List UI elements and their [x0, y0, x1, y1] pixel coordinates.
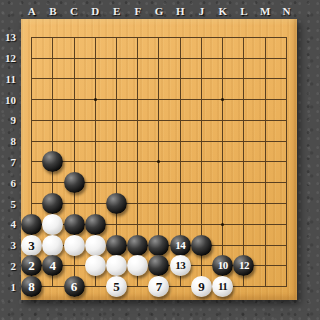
col-label-L: L	[233, 3, 254, 19]
intersection-J9[interactable]	[191, 110, 212, 131]
row-label-8: 8	[0, 131, 18, 152]
intersection-L3[interactable]	[233, 235, 254, 256]
intersection-F9[interactable]	[127, 110, 148, 131]
intersection-M2[interactable]	[255, 255, 276, 276]
black-stone-B5	[42, 193, 63, 214]
intersection-G13[interactable]	[148, 27, 169, 48]
intersection-K8[interactable]	[212, 131, 233, 152]
intersection-L8[interactable]	[233, 131, 254, 152]
intersection-N1[interactable]	[276, 276, 297, 297]
row-label-13: 13	[0, 27, 18, 48]
intersection-M10[interactable]	[255, 89, 276, 110]
col-label-F: F	[127, 3, 148, 19]
intersection-M6[interactable]	[255, 172, 276, 193]
intersection-N7[interactable]	[276, 152, 297, 173]
intersection-L4[interactable]	[233, 214, 254, 235]
intersection-N8[interactable]	[276, 131, 297, 152]
move-number-11: 11	[218, 281, 227, 292]
row-label-5: 5	[0, 193, 18, 214]
intersection-B12[interactable]	[42, 48, 63, 69]
move-number-13: 13	[175, 260, 185, 271]
col-label-E: E	[106, 3, 127, 19]
intersection-A11[interactable]	[21, 69, 42, 90]
intersection-F4[interactable]	[127, 214, 148, 235]
intersection-H10[interactable]	[170, 89, 191, 110]
intersection-F12[interactable]	[127, 48, 148, 69]
intersection-G8[interactable]	[148, 131, 169, 152]
intersection-H12[interactable]	[170, 48, 191, 69]
go-diagram: ABCDEFGHJKLMN 13121110987654321 31424131…	[0, 0, 320, 320]
star-point-K10	[221, 98, 224, 101]
star-point-G7	[157, 160, 160, 163]
black-stone-F3	[127, 235, 148, 256]
row-label-10: 10	[0, 89, 18, 110]
intersection-M5[interactable]	[255, 193, 276, 214]
intersection-N6[interactable]	[276, 172, 297, 193]
intersection-A1[interactable]: 8	[21, 276, 42, 297]
intersection-B6[interactable]	[42, 172, 63, 193]
intersection-B10[interactable]	[42, 89, 63, 110]
row-labels: 13121110987654321	[0, 27, 18, 297]
intersection-K7[interactable]	[212, 152, 233, 173]
intersection-M11[interactable]	[255, 69, 276, 90]
white-stone-J1: 9	[191, 276, 212, 297]
star-point-K4	[221, 223, 224, 226]
row-label-2: 2	[0, 255, 18, 276]
row-label-12: 12	[0, 48, 18, 69]
intersection-E7[interactable]	[106, 152, 127, 173]
intersection-G2[interactable]	[148, 255, 169, 276]
white-stone-E2	[106, 255, 127, 276]
col-label-D: D	[85, 3, 106, 19]
intersection-B1[interactable]	[42, 276, 63, 297]
intersection-E11[interactable]	[106, 69, 127, 90]
black-stone-A1: 8	[21, 276, 42, 297]
intersection-M7[interactable]	[255, 152, 276, 173]
black-stone-A4	[21, 214, 42, 235]
move-number-4: 4	[50, 259, 57, 272]
col-label-M: M	[255, 3, 276, 19]
intersection-E8[interactable]	[106, 131, 127, 152]
intersection-B8[interactable]	[42, 131, 63, 152]
intersection-C12[interactable]	[63, 48, 84, 69]
intersection-H4[interactable]	[170, 214, 191, 235]
black-stone-D4	[85, 214, 106, 235]
intersection-E12[interactable]	[106, 48, 127, 69]
intersection-L6[interactable]	[233, 172, 254, 193]
intersection-B2[interactable]: 4	[42, 255, 63, 276]
intersection-M8[interactable]	[255, 131, 276, 152]
white-stone-G1: 7	[148, 276, 169, 297]
white-stone-D2	[85, 255, 106, 276]
intersection-H6[interactable]	[170, 172, 191, 193]
intersection-K12[interactable]	[212, 48, 233, 69]
intersection-H11[interactable]	[170, 69, 191, 90]
intersection-A12[interactable]	[21, 48, 42, 69]
intersection-A5[interactable]	[21, 193, 42, 214]
intersection-B4[interactable]	[42, 214, 63, 235]
intersection-J10[interactable]	[191, 89, 212, 110]
intersection-D8[interactable]	[85, 131, 106, 152]
intersection-E13[interactable]	[106, 27, 127, 48]
intersection-C3[interactable]	[63, 235, 84, 256]
intersection-H7[interactable]	[170, 152, 191, 173]
move-number-10: 10	[218, 260, 228, 271]
intersection-G3[interactable]	[148, 235, 169, 256]
intersection-D6[interactable]	[85, 172, 106, 193]
row-label-6: 6	[0, 172, 18, 193]
move-number-7: 7	[156, 280, 163, 293]
intersection-H1[interactable]	[170, 276, 191, 297]
black-stone-E5	[106, 193, 127, 214]
intersection-C7[interactable]	[63, 152, 84, 173]
intersection-L11[interactable]	[233, 69, 254, 90]
intersection-B11[interactable]	[42, 69, 63, 90]
intersection-N13[interactable]	[276, 27, 297, 48]
black-stone-K2: 10	[212, 255, 233, 276]
intersection-F7[interactable]	[127, 152, 148, 173]
intersection-L2[interactable]: 12	[233, 255, 254, 276]
intersection-G9[interactable]	[148, 110, 169, 131]
intersection-B9[interactable]	[42, 110, 63, 131]
move-number-14: 14	[175, 240, 185, 251]
intersection-E4[interactable]	[106, 214, 127, 235]
intersection-K5[interactable]	[212, 193, 233, 214]
intersection-K10[interactable]	[212, 89, 233, 110]
intersection-H9[interactable]	[170, 110, 191, 131]
intersection-L10[interactable]	[233, 89, 254, 110]
intersection-E6[interactable]	[106, 172, 127, 193]
intersection-N12[interactable]	[276, 48, 297, 69]
intersection-D4[interactable]	[85, 214, 106, 235]
black-stone-E3	[106, 235, 127, 256]
intersection-J5[interactable]	[191, 193, 212, 214]
intersection-M12[interactable]	[255, 48, 276, 69]
col-label-A: A	[21, 3, 42, 19]
intersection-B3[interactable]	[42, 235, 63, 256]
white-stone-F2	[127, 255, 148, 276]
white-stone-K1: 11	[212, 276, 233, 297]
intersection-D5[interactable]	[85, 193, 106, 214]
star-point-D10	[94, 98, 97, 101]
intersection-M13[interactable]	[255, 27, 276, 48]
black-stone-L2: 12	[233, 255, 254, 276]
intersection-N11[interactable]	[276, 69, 297, 90]
intersection-G5[interactable]	[148, 193, 169, 214]
board-grid: 314241310128657911	[21, 27, 297, 297]
intersection-C10[interactable]	[63, 89, 84, 110]
intersection-H3[interactable]: 14	[170, 235, 191, 256]
intersection-D1[interactable]	[85, 276, 106, 297]
black-stone-C6	[64, 172, 85, 193]
intersection-J7[interactable]	[191, 152, 212, 173]
intersection-C1[interactable]: 6	[63, 276, 84, 297]
intersection-J8[interactable]	[191, 131, 212, 152]
move-number-5: 5	[113, 280, 120, 293]
intersection-H5[interactable]	[170, 193, 191, 214]
intersection-F13[interactable]	[127, 27, 148, 48]
black-stone-J3	[191, 235, 212, 256]
intersection-K11[interactable]	[212, 69, 233, 90]
intersection-L13[interactable]	[233, 27, 254, 48]
white-stone-H2: 13	[170, 255, 191, 276]
intersection-L7[interactable]	[233, 152, 254, 173]
intersection-B5[interactable]	[42, 193, 63, 214]
intersection-C13[interactable]	[63, 27, 84, 48]
col-label-B: B	[42, 3, 63, 19]
intersection-J1[interactable]: 9	[191, 276, 212, 297]
intersection-N2[interactable]	[276, 255, 297, 276]
intersection-N5[interactable]	[276, 193, 297, 214]
white-stone-D3	[85, 235, 106, 256]
move-number-12: 12	[239, 260, 249, 271]
intersection-C5[interactable]	[63, 193, 84, 214]
intersection-A10[interactable]	[21, 89, 42, 110]
intersection-E10[interactable]	[106, 89, 127, 110]
row-label-11: 11	[0, 69, 18, 90]
column-labels: ABCDEFGHJKLMN	[21, 3, 297, 19]
move-number-8: 8	[28, 280, 35, 293]
white-stone-A3: 3	[21, 235, 42, 256]
white-stone-C3	[64, 235, 85, 256]
move-number-6: 6	[71, 280, 78, 293]
intersection-F2[interactable]	[127, 255, 148, 276]
intersection-G4[interactable]	[148, 214, 169, 235]
intersection-G1[interactable]: 7	[148, 276, 169, 297]
intersection-F3[interactable]	[127, 235, 148, 256]
white-stone-E1: 5	[106, 276, 127, 297]
intersection-G11[interactable]	[148, 69, 169, 90]
intersection-L5[interactable]	[233, 193, 254, 214]
col-label-N: N	[276, 3, 297, 19]
intersection-H2[interactable]: 13	[170, 255, 191, 276]
col-label-H: H	[170, 3, 191, 19]
intersection-E3[interactable]	[106, 235, 127, 256]
move-number-9: 9	[198, 280, 205, 293]
intersection-G7[interactable]	[148, 152, 169, 173]
intersection-B13[interactable]	[42, 27, 63, 48]
intersection-A2[interactable]: 2	[21, 255, 42, 276]
intersection-N9[interactable]	[276, 110, 297, 131]
intersection-N3[interactable]	[276, 235, 297, 256]
black-stone-H3: 14	[170, 235, 191, 256]
intersection-A6[interactable]	[21, 172, 42, 193]
intersection-E2[interactable]	[106, 255, 127, 276]
black-stone-G2	[148, 255, 169, 276]
intersection-L1[interactable]	[233, 276, 254, 297]
intersection-J11[interactable]	[191, 69, 212, 90]
intersection-E5[interactable]	[106, 193, 127, 214]
intersection-H8[interactable]	[170, 131, 191, 152]
intersection-K4[interactable]	[212, 214, 233, 235]
intersection-K1[interactable]: 11	[212, 276, 233, 297]
intersection-A8[interactable]	[21, 131, 42, 152]
intersection-C9[interactable]	[63, 110, 84, 131]
intersection-J13[interactable]	[191, 27, 212, 48]
row-label-3: 3	[0, 235, 18, 256]
intersection-A7[interactable]	[21, 152, 42, 173]
col-label-K: K	[212, 3, 233, 19]
row-label-4: 4	[0, 214, 18, 235]
black-stone-C1: 6	[64, 276, 85, 297]
black-stone-G3	[148, 235, 169, 256]
intersection-C6[interactable]	[63, 172, 84, 193]
intersection-J6[interactable]	[191, 172, 212, 193]
intersection-K13[interactable]	[212, 27, 233, 48]
intersection-C8[interactable]	[63, 131, 84, 152]
intersection-F1[interactable]	[127, 276, 148, 297]
intersection-D11[interactable]	[85, 69, 106, 90]
row-label-1: 1	[0, 276, 18, 297]
intersection-G10[interactable]	[148, 89, 169, 110]
intersection-B7[interactable]	[42, 152, 63, 173]
intersection-D2[interactable]	[85, 255, 106, 276]
intersection-J4[interactable]	[191, 214, 212, 235]
col-label-J: J	[191, 3, 212, 19]
black-stone-B7	[42, 151, 63, 172]
intersection-G12[interactable]	[148, 48, 169, 69]
intersection-K3[interactable]	[212, 235, 233, 256]
intersection-J3[interactable]	[191, 235, 212, 256]
intersection-A13[interactable]	[21, 27, 42, 48]
intersection-K9[interactable]	[212, 110, 233, 131]
intersection-M1[interactable]	[255, 276, 276, 297]
intersection-A3[interactable]: 3	[21, 235, 42, 256]
col-label-C: C	[63, 3, 84, 19]
intersection-A4[interactable]	[21, 214, 42, 235]
black-stone-C4	[64, 214, 85, 235]
intersection-K2[interactable]: 10	[212, 255, 233, 276]
intersection-F5[interactable]	[127, 193, 148, 214]
intersection-M4[interactable]	[255, 214, 276, 235]
intersection-F6[interactable]	[127, 172, 148, 193]
intersection-L12[interactable]	[233, 48, 254, 69]
intersection-N10[interactable]	[276, 89, 297, 110]
intersection-H13[interactable]	[170, 27, 191, 48]
intersection-D12[interactable]	[85, 48, 106, 69]
intersection-F11[interactable]	[127, 69, 148, 90]
intersection-M3[interactable]	[255, 235, 276, 256]
intersection-C4[interactable]	[63, 214, 84, 235]
move-number-2: 2	[28, 259, 35, 272]
intersection-L9[interactable]	[233, 110, 254, 131]
intersection-E1[interactable]: 5	[106, 276, 127, 297]
intersection-F8[interactable]	[127, 131, 148, 152]
intersection-D7[interactable]	[85, 152, 106, 173]
intersection-A9[interactable]	[21, 110, 42, 131]
intersection-G6[interactable]	[148, 172, 169, 193]
col-label-G: G	[148, 3, 169, 19]
move-number-3: 3	[28, 239, 35, 252]
intersection-E9[interactable]	[106, 110, 127, 131]
intersection-D13[interactable]	[85, 27, 106, 48]
go-board: 314241310128657911	[21, 19, 297, 300]
intersection-K6[interactable]	[212, 172, 233, 193]
intersection-M9[interactable]	[255, 110, 276, 131]
intersection-C2[interactable]	[63, 255, 84, 276]
row-label-7: 7	[0, 152, 18, 173]
intersection-F10[interactable]	[127, 89, 148, 110]
black-stone-A2: 2	[21, 255, 42, 276]
intersection-C11[interactable]	[63, 69, 84, 90]
row-label-9: 9	[0, 110, 18, 131]
intersection-N4[interactable]	[276, 214, 297, 235]
intersection-J12[interactable]	[191, 48, 212, 69]
intersection-J2[interactable]	[191, 255, 212, 276]
white-stone-B3	[42, 235, 63, 256]
intersection-D10[interactable]	[85, 89, 106, 110]
intersection-D3[interactable]	[85, 235, 106, 256]
white-stone-B4	[42, 214, 63, 235]
intersection-D9[interactable]	[85, 110, 106, 131]
black-stone-B2: 4	[42, 255, 63, 276]
